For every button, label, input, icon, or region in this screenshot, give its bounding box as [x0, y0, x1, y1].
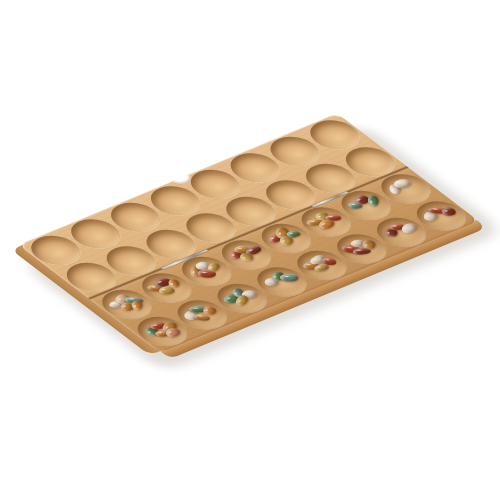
stone-red	[196, 270, 217, 278]
stone-green	[367, 195, 379, 207]
product-photo-stage	[0, 0, 500, 500]
board-scene	[18, 113, 479, 353]
stone-teal	[278, 273, 300, 282]
stone-maroon	[351, 247, 373, 255]
stone-gold	[239, 252, 253, 262]
